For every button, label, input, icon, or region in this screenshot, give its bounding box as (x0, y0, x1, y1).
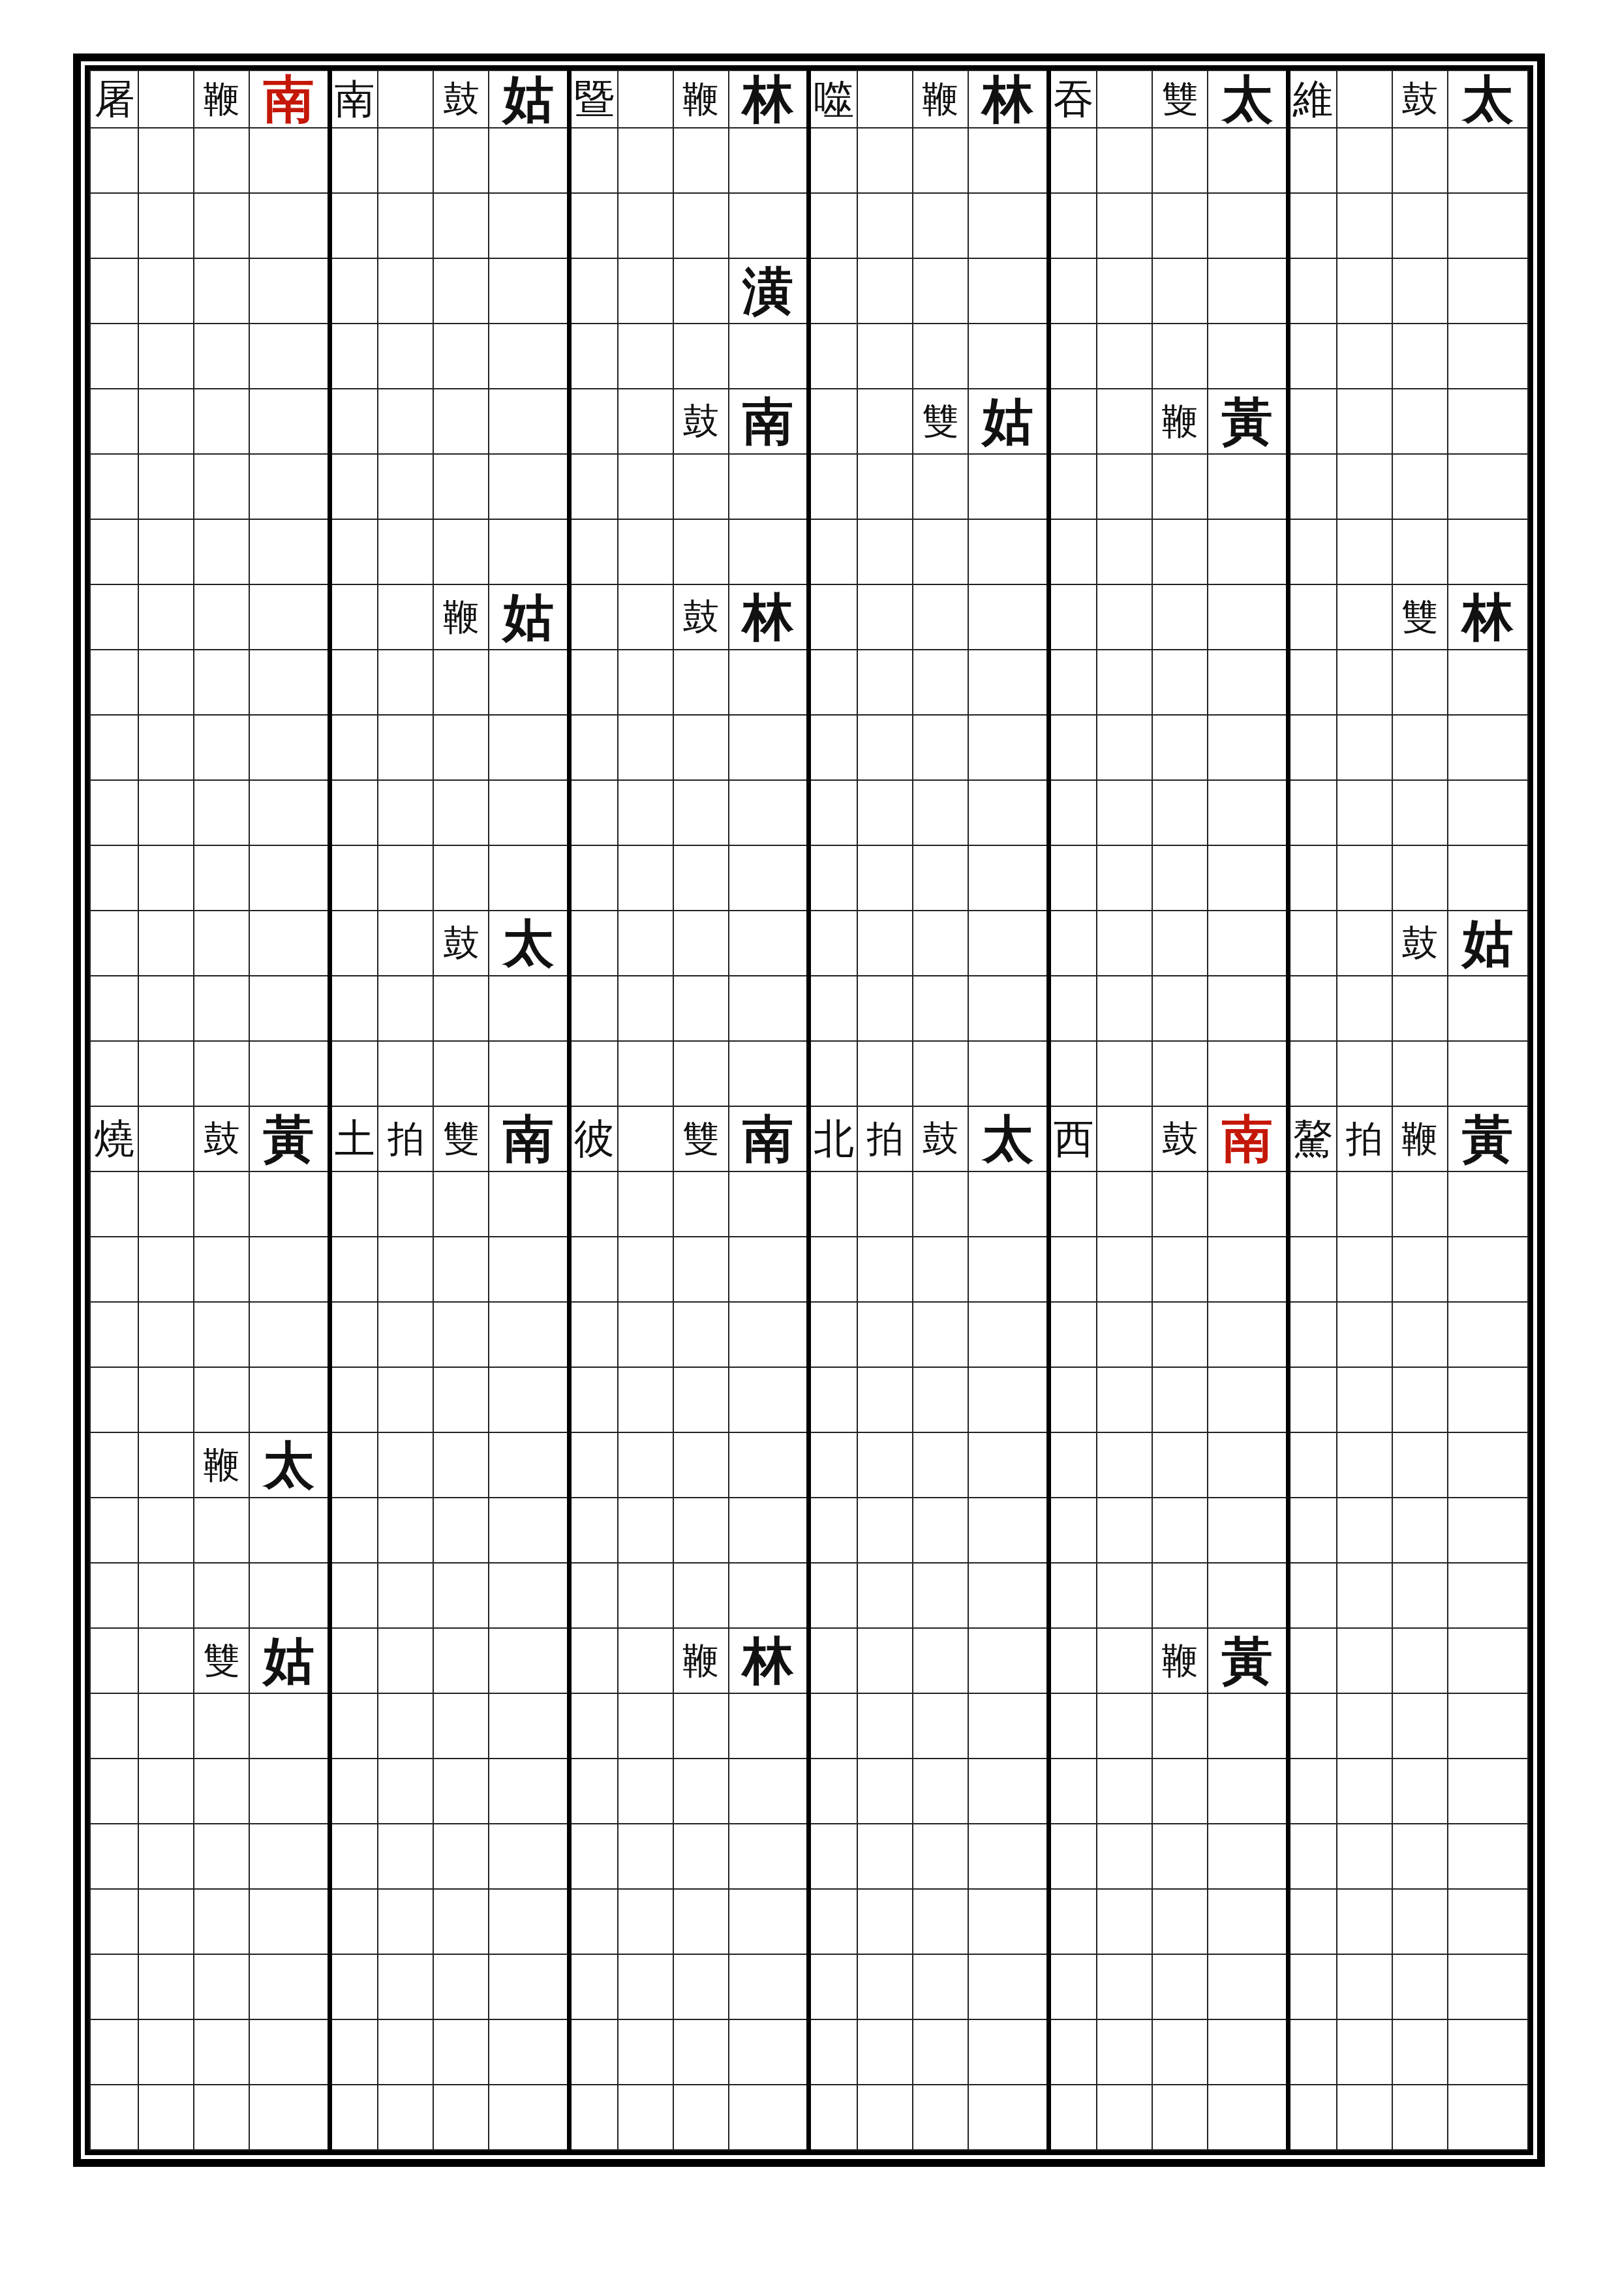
score-char-perc: 鼓 (443, 81, 480, 117)
cell-r14c6 (378, 911, 433, 976)
cell-r22c21 (1288, 1432, 1336, 1498)
cell-r20c10 (618, 1302, 673, 1367)
cell-r2c20 (1208, 128, 1288, 193)
cell-r25c15 (913, 1628, 968, 1693)
cell-r26c1 (90, 1693, 138, 1759)
cell-r7c19 (1152, 454, 1208, 519)
cell-r2c13 (809, 128, 857, 193)
cell-r32c1 (90, 2085, 138, 2150)
score-char-lyric: 維 (1293, 79, 1334, 119)
cell-r8c10 (618, 519, 673, 584)
cell-r30c7 (433, 1954, 489, 2019)
cell-r30c15 (913, 1954, 968, 2019)
cell-r19c13 (809, 1237, 857, 1302)
cell-r3c2 (138, 193, 194, 258)
cell-r21c21 (1288, 1367, 1336, 1432)
cell-r27c6 (378, 1759, 433, 1824)
cell-r4c15 (913, 258, 968, 324)
cell-r29c16 (968, 1889, 1048, 1954)
score-char-perc: 鼓 (1401, 925, 1438, 961)
cell-r8c17 (1048, 519, 1097, 584)
cell-r10c15 (913, 650, 968, 715)
cell-r29c7 (433, 1889, 489, 1954)
cell-r22c3: 鞭 (194, 1432, 249, 1498)
score-char-lyric: 土 (335, 1119, 375, 1159)
cell-r9c4 (249, 584, 329, 650)
cell-r23c1 (90, 1498, 138, 1563)
cell-r14c20 (1208, 911, 1288, 976)
cell-r10c21 (1288, 650, 1336, 715)
cell-r29c2 (138, 1889, 194, 1954)
cell-r4c21 (1288, 258, 1336, 324)
cell-r26c14 (857, 1693, 913, 1759)
cell-r20c21 (1288, 1302, 1336, 1367)
cell-r10c3 (194, 650, 249, 715)
cell-r13c13 (809, 845, 857, 911)
cell-r26c22 (1337, 1693, 1392, 1759)
cell-r17c4: 黃 (249, 1106, 329, 1171)
score-char-perc: 鞭 (682, 81, 719, 117)
cell-r17c14: 拍 (857, 1106, 913, 1171)
cell-r8c9 (570, 519, 618, 584)
cell-r6c5 (329, 389, 378, 454)
cell-r8c12 (729, 519, 809, 584)
score-grid-body: 屠鞭南南鼓姑暨鞭林噬鞭林吞雙太維鼓太潢鼓南雙姑鞭黃鞭姑鼓林雙林鼓太鼓姑燒鼓黃土拍… (90, 70, 1528, 2150)
score-row-3 (90, 193, 1528, 258)
score-char-perc: 鼓 (204, 1121, 240, 1157)
score-char-note: 南 (1222, 1113, 1273, 1164)
score-row-7 (90, 454, 1528, 519)
cell-r27c20 (1208, 1759, 1288, 1824)
cell-r22c8 (489, 1432, 569, 1498)
cell-r30c13 (809, 1954, 857, 2019)
cell-r14c8: 太 (489, 911, 569, 976)
cell-r8c11 (673, 519, 729, 584)
cell-r21c10 (618, 1367, 673, 1432)
cell-r4c12: 潢 (729, 258, 809, 324)
cell-r19c7 (433, 1237, 489, 1302)
cell-r28c4 (249, 1824, 329, 1889)
cell-r11c6 (378, 715, 433, 780)
cell-r17c5: 土 (329, 1106, 378, 1171)
cell-r16c21 (1288, 1041, 1336, 1106)
cell-r22c4: 太 (249, 1432, 329, 1498)
cell-r31c14 (857, 2019, 913, 2085)
cell-r31c13 (809, 2019, 857, 2085)
cell-r14c3 (194, 911, 249, 976)
cell-r15c10 (618, 976, 673, 1041)
cell-r13c12 (729, 845, 809, 911)
cell-r21c23 (1392, 1367, 1448, 1432)
cell-r6c8 (489, 389, 569, 454)
cell-r20c19 (1152, 1302, 1208, 1367)
cell-r22c9 (570, 1432, 618, 1498)
cell-r12c24 (1448, 780, 1528, 845)
cell-r3c18 (1097, 193, 1152, 258)
cell-r15c22 (1337, 976, 1392, 1041)
cell-r3c21 (1288, 193, 1336, 258)
cell-r24c24 (1448, 1563, 1528, 1628)
cell-r13c9 (570, 845, 618, 911)
cell-r5c20 (1208, 324, 1288, 389)
cell-r8c22 (1337, 519, 1392, 584)
cell-r28c22 (1337, 1824, 1392, 1889)
cell-r28c3 (194, 1824, 249, 1889)
cell-r4c20 (1208, 258, 1288, 324)
cell-r23c11 (673, 1498, 729, 1563)
cell-r15c18 (1097, 976, 1152, 1041)
cell-r11c2 (138, 715, 194, 780)
cell-r29c11 (673, 1889, 729, 1954)
cell-r30c1 (90, 1954, 138, 2019)
cell-r16c13 (809, 1041, 857, 1106)
cell-r11c12 (729, 715, 809, 780)
cell-r13c23 (1392, 845, 1448, 911)
cell-r24c6 (378, 1563, 433, 1628)
cell-r11c21 (1288, 715, 1336, 780)
cell-r13c20 (1208, 845, 1288, 911)
cell-r2c5 (329, 128, 378, 193)
cell-r21c18 (1097, 1367, 1152, 1432)
cell-r16c1 (90, 1041, 138, 1106)
cell-r23c14 (857, 1498, 913, 1563)
cell-r9c23: 雙 (1392, 584, 1448, 650)
cell-r21c3 (194, 1367, 249, 1432)
score-row-15 (90, 976, 1528, 1041)
cell-r16c6 (378, 1041, 433, 1106)
cell-r17c11: 雙 (673, 1106, 729, 1171)
cell-r16c19 (1152, 1041, 1208, 1106)
cell-r30c6 (378, 1954, 433, 2019)
cell-r20c12 (729, 1302, 809, 1367)
cell-r9c16 (968, 584, 1048, 650)
cell-r6c10 (618, 389, 673, 454)
cell-r16c5 (329, 1041, 378, 1106)
cell-r8c15 (913, 519, 968, 584)
cell-r26c16 (968, 1693, 1048, 1759)
cell-r25c20: 黃 (1208, 1628, 1288, 1693)
cell-r19c5 (329, 1237, 378, 1302)
cell-r32c11 (673, 2085, 729, 2150)
cell-r24c13 (809, 1563, 857, 1628)
cell-r29c10 (618, 1889, 673, 1954)
cell-r6c3 (194, 389, 249, 454)
cell-r29c17 (1048, 1889, 1097, 1954)
cell-r7c20 (1208, 454, 1288, 519)
cell-r6c12: 南 (729, 389, 809, 454)
cell-r3c16 (968, 193, 1048, 258)
cell-r8c5 (329, 519, 378, 584)
score-char-note: 林 (1462, 592, 1513, 642)
cell-r26c24 (1448, 1693, 1528, 1759)
cell-r21c24 (1448, 1367, 1528, 1432)
cell-r15c14 (857, 976, 913, 1041)
cell-r7c21 (1288, 454, 1336, 519)
cell-r32c24 (1448, 2085, 1528, 2150)
cell-r6c4 (249, 389, 329, 454)
cell-r22c17 (1048, 1432, 1097, 1498)
cell-r10c11 (673, 650, 729, 715)
cell-r2c1 (90, 128, 138, 193)
cell-r3c24 (1448, 193, 1528, 258)
cell-r21c9 (570, 1367, 618, 1432)
cell-r10c8 (489, 650, 569, 715)
cell-r17c3: 鼓 (194, 1106, 249, 1171)
cell-r4c17 (1048, 258, 1097, 324)
cell-r20c14 (857, 1302, 913, 1367)
cell-r3c12 (729, 193, 809, 258)
cell-r30c23 (1392, 1954, 1448, 2019)
cell-r24c17 (1048, 1563, 1097, 1628)
cell-r16c3 (194, 1041, 249, 1106)
cell-r2c8 (489, 128, 569, 193)
cell-r27c23 (1392, 1759, 1448, 1824)
cell-r5c13 (809, 324, 857, 389)
cell-r29c21 (1288, 1889, 1336, 1954)
cell-r26c4 (249, 1693, 329, 1759)
cell-r24c1 (90, 1563, 138, 1628)
cell-r22c18 (1097, 1432, 1152, 1498)
score-char-note: 太 (263, 1440, 314, 1490)
score-char-note: 姑 (1462, 918, 1513, 969)
cell-r5c5 (329, 324, 378, 389)
cell-r31c4 (249, 2019, 329, 2085)
cell-r5c17 (1048, 324, 1097, 389)
cell-r12c13 (809, 780, 857, 845)
cell-r11c4 (249, 715, 329, 780)
cell-r24c7 (433, 1563, 489, 1628)
cell-r12c6 (378, 780, 433, 845)
cell-r30c4 (249, 1954, 329, 2019)
cell-r12c14 (857, 780, 913, 845)
cell-r32c18 (1097, 2085, 1152, 2150)
cell-r15c17 (1048, 976, 1097, 1041)
cell-r29c1 (90, 1889, 138, 1954)
cell-r21c5 (329, 1367, 378, 1432)
cell-r4c23 (1392, 258, 1448, 324)
cell-r12c8 (489, 780, 569, 845)
cell-r4c16 (968, 258, 1048, 324)
cell-r5c16 (968, 324, 1048, 389)
score-row-10 (90, 650, 1528, 715)
score-char-perc: 鞭 (1162, 403, 1198, 440)
cell-r32c13 (809, 2085, 857, 2150)
cell-r18c18 (1097, 1171, 1152, 1237)
cell-r12c18 (1097, 780, 1152, 845)
cell-r25c14 (857, 1628, 913, 1693)
cell-r32c7 (433, 2085, 489, 2150)
cell-r24c11 (673, 1563, 729, 1628)
score-char-note: 林 (742, 592, 793, 642)
cell-r3c8 (489, 193, 569, 258)
cell-r23c19 (1152, 1498, 1208, 1563)
cell-r16c8 (489, 1041, 569, 1106)
cell-r28c12 (729, 1824, 809, 1889)
cell-r32c8 (489, 2085, 569, 2150)
cell-r15c6 (378, 976, 433, 1041)
cell-r23c23 (1392, 1498, 1448, 1563)
cell-r23c16 (968, 1498, 1048, 1563)
cell-r19c12 (729, 1237, 809, 1302)
score-row-29 (90, 1889, 1528, 1954)
cell-r32c4 (249, 2085, 329, 2150)
cell-r21c1 (90, 1367, 138, 1432)
cell-r21c15 (913, 1367, 968, 1432)
cell-r1c12: 林 (729, 70, 809, 128)
cell-r23c8 (489, 1498, 569, 1563)
cell-r29c14 (857, 1889, 913, 1954)
cell-r23c17 (1048, 1498, 1097, 1563)
cell-r19c8 (489, 1237, 569, 1302)
cell-r28c5 (329, 1824, 378, 1889)
cell-r2c9 (570, 128, 618, 193)
cell-r2c4 (249, 128, 329, 193)
cell-r5c2 (138, 324, 194, 389)
cell-r24c12 (729, 1563, 809, 1628)
cell-r19c21 (1288, 1237, 1336, 1302)
cell-r24c20 (1208, 1563, 1288, 1628)
cell-r30c20 (1208, 1954, 1288, 2019)
cell-r18c6 (378, 1171, 433, 1237)
cell-r13c18 (1097, 845, 1152, 911)
cell-r31c21 (1288, 2019, 1336, 2085)
cell-r2c10 (618, 128, 673, 193)
cell-r31c3 (194, 2019, 249, 2085)
score-char-lyric: 西 (1053, 1119, 1093, 1159)
cell-r30c18 (1097, 1954, 1152, 2019)
cell-r15c7 (433, 976, 489, 1041)
cell-r4c4 (249, 258, 329, 324)
score-char-note: 姑 (503, 74, 554, 125)
cell-r29c4 (249, 1889, 329, 1954)
score-row-20 (90, 1302, 1528, 1367)
cell-r5c7 (433, 324, 489, 389)
score-row-9: 鞭姑鼓林雙林 (90, 584, 1528, 650)
cell-r7c2 (138, 454, 194, 519)
cell-r1c24: 太 (1448, 70, 1528, 128)
cell-r28c8 (489, 1824, 569, 1889)
cell-r18c22 (1337, 1171, 1392, 1237)
cell-r2c21 (1288, 128, 1336, 193)
cell-r13c4 (249, 845, 329, 911)
cell-r8c8 (489, 519, 569, 584)
cell-r1c5: 南 (329, 70, 378, 128)
cell-r9c1 (90, 584, 138, 650)
cell-r5c14 (857, 324, 913, 389)
cell-r31c16 (968, 2019, 1048, 2085)
score-row-19 (90, 1237, 1528, 1302)
cell-r25c23 (1392, 1628, 1448, 1693)
cell-r25c16 (968, 1628, 1048, 1693)
score-char-lyric: 屠 (94, 79, 134, 119)
cell-r22c5 (329, 1432, 378, 1498)
cell-r25c9 (570, 1628, 618, 1693)
cell-r25c17 (1048, 1628, 1097, 1693)
cell-r8c14 (857, 519, 913, 584)
cell-r23c9 (570, 1498, 618, 1563)
cell-r25c3: 雙 (194, 1628, 249, 1693)
cell-r13c5 (329, 845, 378, 911)
cell-r27c14 (857, 1759, 913, 1824)
cell-r7c16 (968, 454, 1048, 519)
cell-r22c14 (857, 1432, 913, 1498)
score-row-28 (90, 1824, 1528, 1889)
cell-r29c5 (329, 1889, 378, 1954)
cell-r25c11: 鞭 (673, 1628, 729, 1693)
cell-r14c12 (729, 911, 809, 976)
cell-r14c22 (1337, 911, 1392, 976)
cell-r23c2 (138, 1498, 194, 1563)
score-char-note: 林 (742, 1635, 793, 1686)
cell-r22c10 (618, 1432, 673, 1498)
score-char-note: 姑 (263, 1635, 314, 1686)
cell-r21c13 (809, 1367, 857, 1432)
cell-r15c20 (1208, 976, 1288, 1041)
cell-r24c9 (570, 1563, 618, 1628)
cell-r23c12 (729, 1498, 809, 1563)
score-char-lyric: 北 (814, 1119, 854, 1159)
cell-r31c9 (570, 2019, 618, 2085)
cell-r29c18 (1097, 1889, 1152, 1954)
cell-r20c5 (329, 1302, 378, 1367)
cell-r11c5 (329, 715, 378, 780)
cell-r22c6 (378, 1432, 433, 1498)
score-char-note: 南 (742, 396, 793, 447)
cell-r29c12 (729, 1889, 809, 1954)
cell-r32c20 (1208, 2085, 1288, 2150)
cell-r31c24 (1448, 2019, 1528, 2085)
cell-r26c10 (618, 1693, 673, 1759)
cell-r4c9 (570, 258, 618, 324)
cell-r14c15 (913, 911, 968, 976)
score-char-beat: 拍 (866, 1121, 903, 1157)
cell-r27c21 (1288, 1759, 1336, 1824)
cell-r21c22 (1337, 1367, 1392, 1432)
cell-r5c4 (249, 324, 329, 389)
score-char-perc: 鞭 (1162, 1642, 1198, 1679)
cell-r26c18 (1097, 1693, 1152, 1759)
cell-r32c9 (570, 2085, 618, 2150)
cell-r16c11 (673, 1041, 729, 1106)
cell-r4c1 (90, 258, 138, 324)
cell-r27c10 (618, 1759, 673, 1824)
cell-r1c23: 鼓 (1392, 70, 1448, 128)
cell-r32c22 (1337, 2085, 1392, 2150)
cell-r10c23 (1392, 650, 1448, 715)
cell-r13c8 (489, 845, 569, 911)
cell-r26c23 (1392, 1693, 1448, 1759)
score-char-note: 潢 (742, 265, 793, 316)
cell-r1c6 (378, 70, 433, 128)
cell-r9c2 (138, 584, 194, 650)
cell-r20c16 (968, 1302, 1048, 1367)
score-char-note: 黃 (263, 1113, 314, 1164)
cell-r19c15 (913, 1237, 968, 1302)
cell-r2c16 (968, 128, 1048, 193)
cell-r16c18 (1097, 1041, 1152, 1106)
cell-r18c19 (1152, 1171, 1208, 1237)
cell-r8c3 (194, 519, 249, 584)
cell-r8c16 (968, 519, 1048, 584)
cell-r27c3 (194, 1759, 249, 1824)
cell-r17c12: 南 (729, 1106, 809, 1171)
cell-r22c7 (433, 1432, 489, 1498)
score-char-note: 太 (1222, 74, 1273, 125)
cell-r24c2 (138, 1563, 194, 1628)
cell-r11c17 (1048, 715, 1097, 780)
cell-r18c17 (1048, 1171, 1097, 1237)
cell-r1c20: 太 (1208, 70, 1288, 128)
